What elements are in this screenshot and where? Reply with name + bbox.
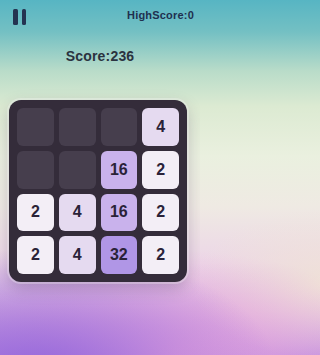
empty-cell	[59, 151, 96, 189]
tile-32: 32	[101, 236, 138, 274]
score-label: Score:236	[0, 48, 200, 64]
pause-button[interactable]	[13, 9, 29, 25]
tile-16: 16	[101, 194, 138, 232]
tile-2: 2	[17, 236, 54, 274]
board-grid[interactable]: 41622416224322	[9, 100, 187, 282]
top-bar: HighScore:0	[0, 0, 200, 34]
tile-16: 16	[101, 151, 138, 189]
tile-2: 2	[142, 194, 179, 232]
empty-cell	[59, 108, 96, 146]
tile-4: 4	[59, 194, 96, 232]
empty-cell	[17, 108, 54, 146]
high-score-label: HighScore:0	[127, 9, 194, 21]
tile-4: 4	[142, 108, 179, 146]
tile-2: 2	[142, 151, 179, 189]
pause-icon	[22, 9, 27, 25]
empty-cell	[101, 108, 138, 146]
tile-4: 4	[59, 236, 96, 274]
pause-icon	[13, 9, 18, 25]
tile-2: 2	[142, 236, 179, 274]
tile-2: 2	[17, 194, 54, 232]
empty-cell	[17, 151, 54, 189]
